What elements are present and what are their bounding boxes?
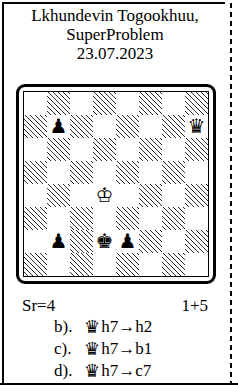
black-queen-icon: ♛ — [84, 338, 100, 359]
square-f3 — [139, 207, 162, 230]
square-c5 — [70, 161, 93, 184]
square-d4: ♔ — [93, 184, 116, 207]
dashed-cut-line — [230, 3, 232, 383]
piece-black-pawn: ♟ — [50, 115, 68, 138]
square-b2: ♟ — [47, 230, 70, 253]
twin-d-move: h7→c7 — [101, 361, 151, 380]
square-a7 — [24, 115, 47, 138]
square-h3 — [185, 207, 208, 230]
square-c6 — [70, 138, 93, 161]
square-b7: ♟ — [47, 115, 70, 138]
twin-b-move: h7→h2 — [101, 317, 152, 336]
square-a2 — [24, 230, 47, 253]
piece-black-pawn: ♟ — [119, 230, 137, 253]
square-f8 — [139, 92, 162, 115]
square-a6 — [24, 138, 47, 161]
square-c2 — [70, 230, 93, 253]
square-h8 — [185, 92, 208, 115]
square-c4 — [70, 184, 93, 207]
square-e7 — [116, 115, 139, 138]
square-f1 — [139, 253, 162, 276]
material-count: 1+5 — [181, 296, 208, 316]
square-d1 — [93, 253, 116, 276]
piece-black-king: ♚ — [96, 230, 114, 253]
square-g8 — [162, 92, 185, 115]
black-queen-icon: ♛ — [84, 316, 100, 337]
problem-header: Lkhundevin Togookhuu, SuperProblem 23.07… — [3, 6, 227, 63]
square-a1 — [24, 253, 47, 276]
square-d5 — [93, 161, 116, 184]
square-a5 — [24, 161, 47, 184]
square-e6 — [116, 138, 139, 161]
twin-c-move: h7→b1 — [101, 339, 152, 358]
chessboard: ♟♛♔♟♚♟ — [24, 92, 208, 276]
square-c1 — [70, 253, 93, 276]
piece-black-queen: ♛ — [188, 115, 206, 138]
square-e1 — [116, 253, 139, 276]
border-bottom — [0, 383, 238, 385]
publication-date: 23.07.2023 — [3, 44, 227, 63]
twin-b: b).♛h7→h2 — [54, 316, 152, 338]
square-a8 — [24, 92, 47, 115]
square-c7 — [70, 115, 93, 138]
square-b5 — [47, 161, 70, 184]
square-h2 — [185, 230, 208, 253]
square-e4 — [116, 184, 139, 207]
square-e3 — [116, 207, 139, 230]
square-a3 — [24, 207, 47, 230]
twin-c-label: c). — [54, 338, 78, 360]
square-g3 — [162, 207, 185, 230]
piece-black-pawn: ♟ — [50, 230, 68, 253]
square-h4 — [185, 184, 208, 207]
square-e5 — [116, 161, 139, 184]
border-top — [2, 2, 225, 4]
twin-d-label: d). — [54, 360, 78, 382]
publication-name: SuperProblem — [3, 25, 227, 44]
twin-d: d).♛h7→c7 — [54, 360, 152, 382]
square-h5 — [185, 161, 208, 184]
square-c3 — [70, 207, 93, 230]
square-g5 — [162, 161, 185, 184]
chessboard-frame: ♟♛♔♟♚♟ — [16, 84, 216, 284]
square-b4 — [47, 184, 70, 207]
square-c8 — [70, 92, 93, 115]
square-h1 — [185, 253, 208, 276]
twin-c: c).♛h7→b1 — [54, 338, 152, 360]
square-b3 — [47, 207, 70, 230]
twin-b-label: b). — [54, 316, 78, 338]
square-g6 — [162, 138, 185, 161]
square-b1 — [47, 253, 70, 276]
square-d7 — [93, 115, 116, 138]
caption-row: Sr=4 1+5 — [22, 296, 208, 316]
square-h7: ♛ — [185, 115, 208, 138]
author-name: Lkhundevin Togookhuu, — [3, 6, 227, 25]
square-d6 — [93, 138, 116, 161]
square-f7 — [139, 115, 162, 138]
square-g4 — [162, 184, 185, 207]
square-g2 — [162, 230, 185, 253]
square-d8 — [93, 92, 116, 115]
twin-list: b).♛h7→h2 c).♛h7→b1 d).♛h7→c7 — [54, 316, 152, 382]
piece-white-king: ♔ — [96, 184, 114, 207]
square-g7 — [162, 115, 185, 138]
stipulation-text: Sr=4 — [22, 296, 55, 316]
square-h6 — [185, 138, 208, 161]
square-f6 — [139, 138, 162, 161]
square-d2: ♚ — [93, 230, 116, 253]
square-b8 — [47, 92, 70, 115]
square-g1 — [162, 253, 185, 276]
problem-card: Lkhundevin Togookhuu, SuperProblem 23.07… — [0, 0, 238, 391]
square-f5 — [139, 161, 162, 184]
square-a4 — [24, 184, 47, 207]
square-b6 — [47, 138, 70, 161]
chessboard-inner-frame: ♟♛♔♟♚♟ — [23, 91, 209, 277]
square-f2 — [139, 230, 162, 253]
black-queen-icon: ♛ — [84, 360, 100, 381]
square-e2: ♟ — [116, 230, 139, 253]
square-e8 — [116, 92, 139, 115]
square-f4 — [139, 184, 162, 207]
square-d3 — [93, 207, 116, 230]
